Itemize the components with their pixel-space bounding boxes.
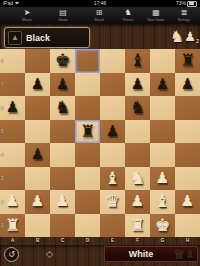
square-f6[interactable]: ♞ — [125, 96, 150, 120]
square-d8[interactable] — [75, 49, 100, 73]
captured-white-pawn: ♟2 — [184, 29, 196, 44]
square-a2[interactable]: ♟2 — [0, 190, 25, 214]
square-h4[interactable] — [175, 143, 200, 167]
toolbar-button-game[interactable]: ▤Game — [48, 8, 78, 22]
moves-icon: ➤ — [12, 8, 42, 17]
board-icon: ⊞ — [84, 8, 114, 17]
toolbar-button-new-game[interactable]: ▦New Game — [141, 8, 171, 22]
hint-icon: ◇ — [46, 249, 53, 259]
bottom-bar: ↺ ◇ White ♛♝ — [0, 245, 200, 266]
engine-logo-icon: ▲ — [8, 31, 22, 45]
captured-count: 2 — [196, 38, 199, 44]
square-h6[interactable] — [175, 96, 200, 120]
file-label-e: E — [100, 237, 125, 245]
chess-app-screen: iPad 17:46 73% ➤Moves▤Game⊞Board♞Pieces▦… — [0, 0, 200, 266]
square-b3[interactable] — [25, 167, 50, 191]
file-labels: ABCDEFGH — [0, 237, 200, 245]
white-pawn: ♟ — [181, 190, 194, 213]
square-g3[interactable]: ♟ — [150, 167, 175, 191]
square-c1[interactable] — [50, 214, 75, 238]
square-h5[interactable] — [175, 120, 200, 144]
file-label-f: F — [125, 237, 150, 245]
hint-button[interactable]: ◇ — [46, 248, 53, 261]
square-g8[interactable] — [150, 49, 175, 73]
undo-icon: ↺ — [8, 250, 15, 259]
square-f5[interactable] — [125, 120, 150, 144]
square-f2[interactable]: ♟ — [125, 190, 150, 214]
black-bishop: ♝ — [130, 49, 145, 72]
square-d4[interactable] — [75, 143, 100, 167]
square-h1[interactable] — [175, 214, 200, 238]
file-label-h: H — [175, 237, 200, 245]
white-knight: ♞ — [130, 167, 145, 190]
square-c6[interactable]: ♞ — [50, 96, 75, 120]
white-king: ♚ — [155, 214, 170, 237]
battery-indicator: 73% — [176, 0, 197, 7]
toolbar-label: Game — [50, 17, 76, 21]
black-pawn: ♟ — [106, 120, 119, 143]
battery-icon — [187, 1, 197, 7]
toolbar-label: Board — [86, 17, 112, 21]
toolbar-label: Moves — [14, 17, 40, 21]
square-d3[interactable] — [75, 167, 100, 191]
square-b6[interactable] — [25, 96, 50, 120]
square-e1[interactable] — [100, 214, 125, 238]
battery-percent: 73% — [176, 0, 186, 7]
square-c3[interactable] — [50, 167, 75, 191]
file-label-a: A — [0, 237, 25, 245]
square-d5[interactable]: ♜ — [75, 120, 100, 144]
square-b2[interactable]: ♟ — [25, 190, 50, 214]
file-label-b: B — [25, 237, 50, 245]
white-player-plate[interactable]: White ♛♝ — [104, 246, 198, 262]
square-b7[interactable]: ♟ — [25, 73, 50, 97]
rank-label-4: 4 — [1, 152, 4, 157]
file-label-c: C — [50, 237, 75, 245]
square-a1[interactable]: ♜1 — [0, 214, 25, 238]
white-pawn: ♟ — [131, 190, 144, 213]
black-pawn: ♟ — [31, 73, 44, 96]
square-g2[interactable]: ♝ — [150, 190, 175, 214]
white-pawn: ♟ — [31, 190, 44, 213]
rank-label-6: 6 — [1, 105, 4, 110]
black-knight: ♞ — [55, 96, 70, 119]
square-a7[interactable]: 7 — [0, 73, 25, 97]
black-king: ♚ — [55, 49, 70, 72]
rank-label-3: 3 — [1, 176, 4, 181]
header-panel: ▲ Black ♞♟2 — [0, 24, 200, 49]
square-f3[interactable]: ♞ — [125, 167, 150, 191]
black-player-plate[interactable]: ▲ Black — [4, 27, 90, 48]
square-b8[interactable] — [25, 49, 50, 73]
square-h7[interactable]: ♟ — [175, 73, 200, 97]
black-pawn: ♟ — [131, 73, 144, 96]
white-captured-tray: ♛♝ — [173, 248, 195, 261]
black-pawn: ♟ — [156, 73, 169, 96]
toolbar-label: New Game — [143, 17, 169, 21]
rank-label-2: 2 — [1, 199, 4, 204]
captured-white-knight: ♞ — [170, 27, 184, 46]
toolbar-button-pieces[interactable]: ♞Pieces — [113, 8, 143, 22]
square-h3[interactable] — [175, 167, 200, 191]
black-pawn: ♟ — [56, 73, 69, 96]
status-bar: iPad 17:46 73% — [0, 0, 200, 7]
square-a4[interactable]: 4 — [0, 143, 25, 167]
notation-icon: ▤ — [48, 8, 78, 17]
white-rook: ♜ — [5, 214, 20, 237]
square-e2[interactable]: ♛ — [100, 190, 125, 214]
file-label-g: G — [150, 237, 175, 245]
square-b4[interactable]: ♟ — [25, 143, 50, 167]
square-f4[interactable] — [125, 143, 150, 167]
square-e4[interactable] — [100, 143, 125, 167]
square-d7[interactable] — [75, 73, 100, 97]
toolbar-label: Pieces — [115, 17, 141, 21]
square-c8[interactable]: ♚ — [50, 49, 75, 73]
white-rook: ♜ — [130, 214, 145, 237]
chess-board: 8♚♝♜7♟♟♟♟♟♟6♞♞5♜♟4♟3♝♞♟♟2♟♟♛♟♝♟♜1♜♚ — [0, 49, 200, 237]
square-e6[interactable] — [100, 96, 125, 120]
rank-label-7: 7 — [1, 82, 4, 87]
toolbar-button-settings[interactable]: ≣Settings — [169, 8, 199, 22]
square-b1[interactable] — [25, 214, 50, 238]
square-a6[interactable]: ♟6 — [0, 96, 25, 120]
white-pawn: ♟ — [6, 190, 19, 213]
rank-label-8: 8 — [1, 58, 4, 63]
square-f8[interactable]: ♝ — [125, 49, 150, 73]
black-pawn: ♟ — [31, 143, 44, 166]
white-pawn: ♟ — [56, 190, 69, 213]
square-g6[interactable] — [150, 96, 175, 120]
captured-black-bishop: ♝ — [185, 248, 195, 261]
black-player-name: Black — [26, 33, 50, 43]
square-b5[interactable] — [25, 120, 50, 144]
black-captured-tray: ♞♟2 — [170, 24, 196, 49]
white-queen: ♛ — [105, 190, 120, 213]
white-pawn: ♟ — [156, 167, 169, 190]
white-bishop: ♝ — [155, 190, 170, 213]
toolbar-button-moves[interactable]: ➤Moves — [12, 8, 42, 22]
rank-label-5: 5 — [1, 129, 4, 134]
square-g1[interactable]: ♚ — [150, 214, 175, 238]
settings-icon: ≣ — [169, 8, 199, 17]
square-a3[interactable]: 3 — [0, 167, 25, 191]
black-rook: ♜ — [80, 120, 95, 143]
square-c5[interactable] — [50, 120, 75, 144]
square-g7[interactable]: ♟ — [150, 73, 175, 97]
square-e5[interactable]: ♟ — [100, 120, 125, 144]
black-knight: ♞ — [130, 96, 145, 119]
square-h8[interactable]: ♜ — [175, 49, 200, 73]
black-rook: ♜ — [180, 49, 195, 72]
square-c2[interactable]: ♟ — [50, 190, 75, 214]
white-player-name: White — [129, 249, 154, 259]
captured-black-queen: ♛ — [173, 247, 185, 262]
square-f1[interactable]: ♜ — [125, 214, 150, 238]
toolbar: ➤Moves▤Game⊞Board♞Pieces▦New Game≣Settin… — [0, 7, 200, 25]
toolbar-button-board[interactable]: ⊞Board — [84, 8, 114, 22]
square-c4[interactable] — [50, 143, 75, 167]
square-c7[interactable]: ♟ — [50, 73, 75, 97]
square-g4[interactable] — [150, 143, 175, 167]
pieces-icon: ♞ — [113, 8, 143, 17]
square-f7[interactable]: ♟ — [125, 73, 150, 97]
new-game-icon: ▦ — [141, 8, 171, 17]
black-pawn: ♟ — [181, 73, 194, 96]
clock-text: 17:46 — [0, 0, 200, 7]
black-pawn: ♟ — [6, 96, 19, 119]
file-label-d: D — [75, 237, 100, 245]
rank-label-1: 1 — [1, 223, 4, 228]
square-a5[interactable]: 5 — [0, 120, 25, 144]
white-bishop: ♝ — [105, 167, 120, 190]
square-g5[interactable] — [150, 120, 175, 144]
square-h2[interactable]: ♟ — [175, 190, 200, 214]
square-a8[interactable]: 8 — [0, 49, 25, 73]
square-e8[interactable] — [100, 49, 125, 73]
square-e7[interactable] — [100, 73, 125, 97]
square-d2[interactable] — [75, 190, 100, 214]
toolbar-label: Settings — [171, 17, 197, 21]
undo-button[interactable]: ↺ — [4, 247, 19, 262]
square-e3[interactable]: ♝ — [100, 167, 125, 191]
square-d6[interactable] — [75, 96, 100, 120]
square-d1[interactable] — [75, 214, 100, 238]
